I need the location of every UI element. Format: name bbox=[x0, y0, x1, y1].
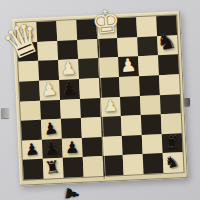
piece-white-king-e8[interactable]: ♚ bbox=[90, 4, 122, 39]
piece-white-pawn-c6[interactable]: ♟ bbox=[60, 59, 78, 78]
piece-black-rook-b1[interactable]: ♜ bbox=[44, 158, 62, 177]
captured-piece[interactable]: ♟ bbox=[62, 185, 81, 200]
chess-board: ♟♛♚♟♟♟♟♞♟♟♟♟♟♜♜♞ bbox=[12, 11, 188, 186]
piece-white-pawn-b5[interactable]: ♟ bbox=[40, 79, 58, 99]
piece-black-pawn-c2[interactable]: ♟ bbox=[65, 139, 80, 156]
photo-stage: ♟♛♚♟♟♟♟♞♟♟♟♟♟♜♜♞ ♟ bbox=[0, 0, 200, 200]
piece-black-knight-h1[interactable]: ♞ bbox=[163, 153, 181, 172]
piece-layer: ♟♛♚♟♟♟♟♞♟♟♟♟♟♜♜♞ bbox=[12, 11, 188, 186]
board-clasp-left-icon bbox=[1, 108, 9, 118]
piece-white-pawn-e4[interactable]: ♟ bbox=[103, 98, 118, 115]
piece-black-knight-h7[interactable]: ♞ bbox=[155, 30, 178, 55]
piece-black-pawn-b2[interactable]: ♟ bbox=[43, 139, 61, 158]
piece-black-pawn-b3[interactable]: ♟ bbox=[42, 120, 59, 138]
piece-black-rook-h2[interactable]: ♜ bbox=[163, 133, 180, 151]
piece-black-pawn-a2[interactable]: ♟ bbox=[24, 141, 40, 159]
board-clasp-right-icon bbox=[184, 98, 190, 106]
piece-white-queen-a7[interactable]: ♛ bbox=[0, 15, 48, 68]
piece-white-pawn-f6[interactable]: ♟ bbox=[119, 56, 137, 76]
piece-black-pawn-c5[interactable]: ♟ bbox=[61, 79, 78, 98]
